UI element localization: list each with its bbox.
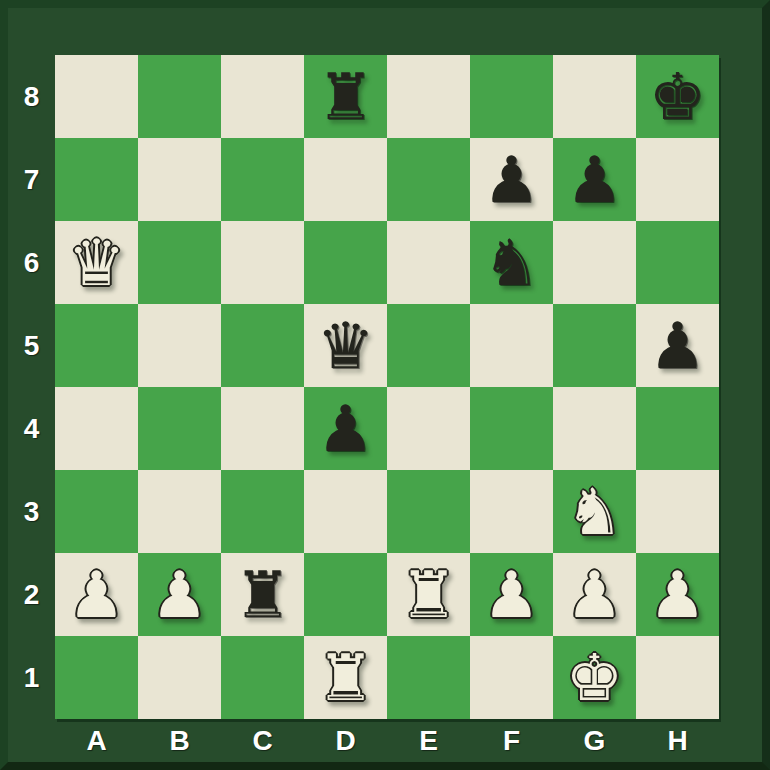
square-f5[interactable] bbox=[470, 304, 553, 387]
black-pawn-g7[interactable]: ♟ bbox=[553, 138, 636, 221]
square-g2[interactable]: ♟ bbox=[553, 553, 636, 636]
file-label-g: G bbox=[553, 719, 636, 762]
square-g7[interactable]: ♟ bbox=[553, 138, 636, 221]
square-e6[interactable] bbox=[387, 221, 470, 304]
square-e5[interactable] bbox=[387, 304, 470, 387]
white-rook-d1[interactable]: ♜ bbox=[304, 636, 387, 719]
square-c5[interactable] bbox=[221, 304, 304, 387]
square-h2[interactable]: ♟ bbox=[636, 553, 719, 636]
square-d4[interactable]: ♟ bbox=[304, 387, 387, 470]
rank-label-3: 3 bbox=[8, 470, 55, 553]
square-f7[interactable]: ♟ bbox=[470, 138, 553, 221]
white-pawn-b2[interactable]: ♟ bbox=[138, 553, 221, 636]
square-d7[interactable] bbox=[304, 138, 387, 221]
square-d8[interactable]: ♜ bbox=[304, 55, 387, 138]
square-a6[interactable]: ♛ bbox=[55, 221, 138, 304]
square-e8[interactable] bbox=[387, 55, 470, 138]
square-b5[interactable] bbox=[138, 304, 221, 387]
square-a8[interactable] bbox=[55, 55, 138, 138]
white-rook-e2[interactable]: ♜ bbox=[387, 553, 470, 636]
square-b8[interactable] bbox=[138, 55, 221, 138]
square-f1[interactable] bbox=[470, 636, 553, 719]
rank-label-2: 2 bbox=[8, 553, 55, 636]
white-pawn-g2[interactable]: ♟ bbox=[553, 553, 636, 636]
square-f2[interactable]: ♟ bbox=[470, 553, 553, 636]
square-e3[interactable] bbox=[387, 470, 470, 553]
white-king-g1[interactable]: ♚ bbox=[553, 636, 636, 719]
square-d1[interactable]: ♜ bbox=[304, 636, 387, 719]
rank-label-8: 8 bbox=[8, 55, 55, 138]
square-d6[interactable] bbox=[304, 221, 387, 304]
square-g5[interactable] bbox=[553, 304, 636, 387]
white-queen-a6[interactable]: ♛ bbox=[55, 221, 138, 304]
square-c3[interactable] bbox=[221, 470, 304, 553]
file-label-h: H bbox=[636, 719, 719, 762]
square-g8[interactable] bbox=[553, 55, 636, 138]
square-e4[interactable] bbox=[387, 387, 470, 470]
square-f6[interactable]: ♞ bbox=[470, 221, 553, 304]
square-h8[interactable]: ♚ bbox=[636, 55, 719, 138]
square-d2[interactable] bbox=[304, 553, 387, 636]
rank-label-6: 6 bbox=[8, 221, 55, 304]
square-h7[interactable] bbox=[636, 138, 719, 221]
file-labels: ABCDEFGH bbox=[55, 719, 719, 762]
square-a4[interactable] bbox=[55, 387, 138, 470]
square-b7[interactable] bbox=[138, 138, 221, 221]
square-c6[interactable] bbox=[221, 221, 304, 304]
white-knight-g3[interactable]: ♞ bbox=[553, 470, 636, 553]
square-a5[interactable] bbox=[55, 304, 138, 387]
white-pawn-f2[interactable]: ♟ bbox=[470, 553, 553, 636]
black-king-h8[interactable]: ♚ bbox=[636, 55, 719, 138]
square-a1[interactable] bbox=[55, 636, 138, 719]
square-g6[interactable] bbox=[553, 221, 636, 304]
black-rook-d8[interactable]: ♜ bbox=[304, 55, 387, 138]
board-frame: 87654321 ♜♚♟♟♛♞♛♟♟♞♟♟♜♜♟♟♟♜♚ ABCDEFGH bbox=[0, 0, 770, 770]
file-label-a: A bbox=[55, 719, 138, 762]
black-queen-d5[interactable]: ♛ bbox=[304, 304, 387, 387]
square-b3[interactable] bbox=[138, 470, 221, 553]
square-d5[interactable]: ♛ bbox=[304, 304, 387, 387]
square-c8[interactable] bbox=[221, 55, 304, 138]
square-g3[interactable]: ♞ bbox=[553, 470, 636, 553]
square-c2[interactable]: ♜ bbox=[221, 553, 304, 636]
file-label-f: F bbox=[470, 719, 553, 762]
rank-label-5: 5 bbox=[8, 304, 55, 387]
square-g1[interactable]: ♚ bbox=[553, 636, 636, 719]
black-pawn-d4[interactable]: ♟ bbox=[304, 387, 387, 470]
white-pawn-h2[interactable]: ♟ bbox=[636, 553, 719, 636]
file-label-b: B bbox=[138, 719, 221, 762]
square-a2[interactable]: ♟ bbox=[55, 553, 138, 636]
square-h4[interactable] bbox=[636, 387, 719, 470]
square-g4[interactable] bbox=[553, 387, 636, 470]
square-h5[interactable]: ♟ bbox=[636, 304, 719, 387]
square-f4[interactable] bbox=[470, 387, 553, 470]
chess-board: ♜♚♟♟♛♞♛♟♟♞♟♟♜♜♟♟♟♜♚ bbox=[55, 55, 719, 719]
square-b1[interactable] bbox=[138, 636, 221, 719]
square-c1[interactable] bbox=[221, 636, 304, 719]
square-a3[interactable] bbox=[55, 470, 138, 553]
square-h6[interactable] bbox=[636, 221, 719, 304]
rank-label-4: 4 bbox=[8, 387, 55, 470]
square-h3[interactable] bbox=[636, 470, 719, 553]
square-e7[interactable] bbox=[387, 138, 470, 221]
black-rook-c2[interactable]: ♜ bbox=[221, 553, 304, 636]
square-c4[interactable] bbox=[221, 387, 304, 470]
file-label-e: E bbox=[387, 719, 470, 762]
square-b6[interactable] bbox=[138, 221, 221, 304]
rank-labels: 87654321 bbox=[8, 55, 55, 719]
rank-label-7: 7 bbox=[8, 138, 55, 221]
rank-label-1: 1 bbox=[8, 636, 55, 719]
square-f8[interactable] bbox=[470, 55, 553, 138]
black-pawn-h5[interactable]: ♟ bbox=[636, 304, 719, 387]
square-b4[interactable] bbox=[138, 387, 221, 470]
square-e1[interactable] bbox=[387, 636, 470, 719]
square-b2[interactable]: ♟ bbox=[138, 553, 221, 636]
square-a7[interactable] bbox=[55, 138, 138, 221]
square-d3[interactable] bbox=[304, 470, 387, 553]
black-knight-f6[interactable]: ♞ bbox=[470, 221, 553, 304]
white-pawn-a2[interactable]: ♟ bbox=[55, 553, 138, 636]
square-f3[interactable] bbox=[470, 470, 553, 553]
file-label-c: C bbox=[221, 719, 304, 762]
file-label-d: D bbox=[304, 719, 387, 762]
square-h1[interactable] bbox=[636, 636, 719, 719]
square-e2[interactable]: ♜ bbox=[387, 553, 470, 636]
black-pawn-f7[interactable]: ♟ bbox=[470, 138, 553, 221]
square-c7[interactable] bbox=[221, 138, 304, 221]
